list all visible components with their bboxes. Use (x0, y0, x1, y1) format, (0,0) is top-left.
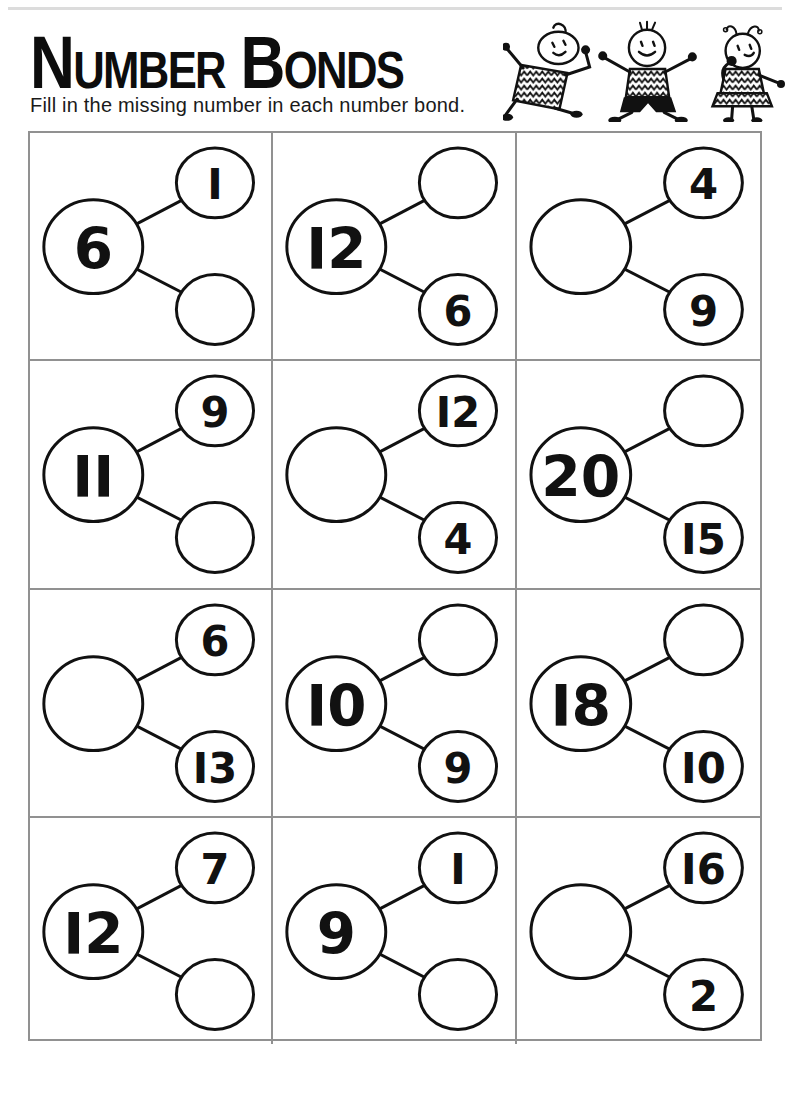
bond-number: I (451, 845, 466, 894)
bond-cell-8: I0 9 (273, 590, 516, 818)
bond-number: 9 (444, 744, 473, 793)
bond-number: I0 (681, 744, 726, 793)
bond-cell-2: I2 6 (273, 133, 516, 361)
bond-number: 4 (444, 515, 473, 564)
number-bond-diagram: 20 I5 (517, 361, 760, 587)
bond-cell-10: I2 7 (30, 818, 273, 1044)
bond-number: 2 (689, 972, 718, 1021)
answer-slot-bottom-circle[interactable] (420, 960, 497, 1030)
number-bond-diagram: I2 7 (30, 818, 271, 1044)
dancing-kids-clipart (503, 20, 785, 122)
bond-cell-1: 6 I (30, 133, 273, 361)
bond-cell-9: I8 I0 (517, 590, 760, 818)
kid-3-icon (712, 26, 785, 122)
instructions-text: Fill in the missing number in each numbe… (30, 94, 465, 117)
bond-number: I8 (550, 672, 611, 738)
bond-cell-6: 20 I5 (517, 361, 760, 589)
number-bond-diagram: I0 9 (273, 590, 514, 816)
bond-number: 4 (689, 160, 718, 209)
number-bond-diagram: 4 9 (517, 133, 760, 359)
number-bond-diagram: I2 6 (273, 133, 514, 359)
bond-number: 9 (200, 389, 229, 438)
answer-slot-bottom-circle[interactable] (176, 503, 253, 573)
number-bond-diagram: I8 I0 (517, 590, 760, 816)
bond-cell-11: 9 I (273, 818, 516, 1044)
answer-slot-top-circle[interactable] (420, 605, 497, 675)
bond-cell-4: II 9 (30, 361, 273, 589)
kid-2-icon (598, 22, 697, 122)
bond-cell-7: 6 I3 (30, 590, 273, 818)
bond-number: I2 (63, 901, 123, 967)
number-bond-diagram: I2 4 (273, 361, 514, 587)
worksheet-grid: 6 I I2 (28, 131, 762, 1041)
bond-number: I3 (193, 744, 237, 793)
number-bond-diagram: I6 2 (517, 818, 760, 1044)
bond-number: I5 (681, 515, 726, 564)
number-bond-diagram: II 9 (30, 361, 271, 587)
answer-slot-top-circle[interactable] (664, 376, 742, 446)
kid-1-icon (503, 24, 590, 121)
answer-slot-top-circle[interactable] (664, 605, 742, 675)
answer-slot-top-circle[interactable] (420, 148, 497, 218)
answer-slot-whole-circle[interactable] (531, 885, 631, 979)
worksheet-page: Number Bonds Fill in the missing number … (0, 0, 790, 1115)
bond-cell-12: I6 2 (517, 818, 760, 1044)
number-bond-diagram: 9 I (273, 818, 514, 1044)
bond-number: I2 (307, 216, 367, 282)
bond-number: 6 (200, 617, 229, 666)
number-bond-diagram: 6 I (30, 133, 271, 359)
bond-number: 9 (689, 287, 718, 336)
page-title: Number Bonds (30, 26, 403, 100)
answer-slot-bottom-circle[interactable] (176, 275, 253, 345)
bond-number: I2 (436, 389, 480, 438)
bond-number: 7 (200, 845, 229, 894)
answer-slot-whole-circle[interactable] (531, 200, 631, 294)
answer-slot-whole-circle[interactable] (44, 657, 143, 751)
bond-cell-3: 4 9 (517, 133, 760, 361)
answer-slot-whole-circle[interactable] (287, 428, 386, 522)
bond-number: I6 (681, 845, 726, 894)
bond-number: 9 (317, 901, 356, 967)
bond-number: 20 (541, 444, 620, 510)
scan-artifact-line (8, 7, 782, 10)
answer-slot-bottom-circle[interactable] (176, 960, 253, 1030)
bond-number: II (72, 444, 114, 510)
bond-cell-5: I2 4 (273, 361, 516, 589)
bond-number: I0 (307, 672, 367, 738)
bond-number: 6 (74, 216, 113, 282)
bond-number: I (207, 160, 222, 209)
bond-number: 6 (444, 287, 473, 336)
number-bond-diagram: 6 I3 (30, 590, 271, 816)
